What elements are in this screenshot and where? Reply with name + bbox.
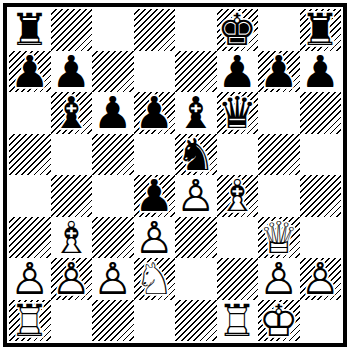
white-pawn-icon: ♟♙: [92, 258, 134, 300]
square-c3[interactable]: [92, 217, 134, 259]
square-b4[interactable]: [51, 175, 93, 217]
white-pawn-icon: ♟♙: [9, 258, 51, 300]
square-d4[interactable]: ♟♟: [134, 175, 176, 217]
square-f7[interactable]: ♟♟: [217, 51, 259, 93]
black-pawn-icon: ♟♟: [51, 51, 93, 93]
square-g6[interactable]: [258, 92, 300, 134]
square-e8[interactable]: [175, 9, 217, 51]
square-g3[interactable]: ♛♕: [258, 217, 300, 259]
square-h3[interactable]: [300, 217, 342, 259]
square-a2[interactable]: ♟♙: [9, 258, 51, 300]
white-rook-icon: ♜♖: [217, 300, 259, 342]
black-rook-icon: ♜♜: [9, 9, 51, 51]
square-f1[interactable]: ♜♖: [217, 300, 259, 342]
white-king-icon: ♚♔: [258, 300, 300, 342]
black-pawn-icon: ♟♟: [9, 51, 51, 93]
square-g4[interactable]: [258, 175, 300, 217]
square-c5[interactable]: [92, 134, 134, 176]
square-e2[interactable]: [175, 258, 217, 300]
square-f5[interactable]: [217, 134, 259, 176]
white-bishop-icon: ♝♗: [217, 175, 259, 217]
black-bishop-icon: ♝♝: [175, 92, 217, 134]
square-c4[interactable]: [92, 175, 134, 217]
square-f2[interactable]: [217, 258, 259, 300]
square-d7[interactable]: [134, 51, 176, 93]
square-c6[interactable]: ♟♟: [92, 92, 134, 134]
white-pawn-icon: ♟♙: [300, 258, 342, 300]
square-c7[interactable]: [92, 51, 134, 93]
square-c1[interactable]: [92, 300, 134, 342]
square-h4[interactable]: [300, 175, 342, 217]
black-pawn-icon: ♟♟: [258, 51, 300, 93]
square-b8[interactable]: [51, 9, 93, 51]
square-b2[interactable]: ♟♙: [51, 258, 93, 300]
square-a6[interactable]: [9, 92, 51, 134]
square-h5[interactable]: [300, 134, 342, 176]
square-a4[interactable]: [9, 175, 51, 217]
square-g5[interactable]: [258, 134, 300, 176]
black-pawn-icon: ♟♟: [134, 175, 176, 217]
square-g2[interactable]: ♟♙: [258, 258, 300, 300]
square-a3[interactable]: [9, 217, 51, 259]
square-a5[interactable]: [9, 134, 51, 176]
white-pawn-icon: ♟♙: [175, 175, 217, 217]
square-h8[interactable]: ♜♜: [300, 9, 342, 51]
square-d8[interactable]: [134, 9, 176, 51]
square-a7[interactable]: ♟♟: [9, 51, 51, 93]
square-f4[interactable]: ♝♗: [217, 175, 259, 217]
square-e1[interactable]: [175, 300, 217, 342]
square-e3[interactable]: [175, 217, 217, 259]
white-bishop-icon: ♝♗: [51, 217, 93, 259]
black-king-icon: ♚♚: [217, 9, 259, 51]
square-b5[interactable]: [51, 134, 93, 176]
black-pawn-icon: ♟♟: [134, 92, 176, 134]
square-d3[interactable]: ♟♙: [134, 217, 176, 259]
black-knight-icon: ♞♞: [175, 134, 217, 176]
square-d6[interactable]: ♟♟: [134, 92, 176, 134]
square-h1[interactable]: [300, 300, 342, 342]
square-b7[interactable]: ♟♟: [51, 51, 93, 93]
black-pawn-icon: ♟♟: [217, 51, 259, 93]
white-pawn-icon: ♟♙: [51, 258, 93, 300]
black-pawn-icon: ♟♟: [300, 51, 342, 93]
white-rook-icon: ♜♖: [9, 300, 51, 342]
square-e6[interactable]: ♝♝: [175, 92, 217, 134]
black-bishop-icon: ♝♝: [51, 92, 93, 134]
white-pawn-icon: ♟♙: [258, 258, 300, 300]
square-f8[interactable]: ♚♚: [217, 9, 259, 51]
square-a8[interactable]: ♜♜: [9, 9, 51, 51]
white-knight-icon: ♞♘: [134, 258, 176, 300]
square-g8[interactable]: [258, 9, 300, 51]
square-h7[interactable]: ♟♟: [300, 51, 342, 93]
square-b1[interactable]: [51, 300, 93, 342]
chess-board: ♜♜♚♚♜♜♟♟♟♟♟♟♟♟♟♟♝♝♟♟♟♟♝♝♛♛♞♞♟♟♟♙♝♗♝♗♟♙♛♕…: [9, 9, 341, 341]
chess-diagram: ♜♜♚♚♜♜♟♟♟♟♟♟♟♟♟♟♝♝♟♟♟♟♝♝♛♛♞♞♟♟♟♙♝♗♝♗♟♙♛♕…: [3, 3, 347, 347]
square-c2[interactable]: ♟♙: [92, 258, 134, 300]
black-rook-icon: ♜♜: [300, 9, 342, 51]
square-f3[interactable]: [217, 217, 259, 259]
square-b3[interactable]: ♝♗: [51, 217, 93, 259]
square-g7[interactable]: ♟♟: [258, 51, 300, 93]
white-pawn-icon: ♟♙: [134, 217, 176, 259]
square-h2[interactable]: ♟♙: [300, 258, 342, 300]
square-d1[interactable]: [134, 300, 176, 342]
square-c8[interactable]: [92, 9, 134, 51]
square-e7[interactable]: [175, 51, 217, 93]
square-e4[interactable]: ♟♙: [175, 175, 217, 217]
black-pawn-icon: ♟♟: [92, 92, 134, 134]
square-g1[interactable]: ♚♔: [258, 300, 300, 342]
square-d5[interactable]: [134, 134, 176, 176]
white-queen-icon: ♛♕: [258, 217, 300, 259]
square-e5[interactable]: ♞♞: [175, 134, 217, 176]
square-f6[interactable]: ♛♛: [217, 92, 259, 134]
black-queen-icon: ♛♛: [217, 92, 259, 134]
square-a1[interactable]: ♜♖: [9, 300, 51, 342]
square-d2[interactable]: ♞♘: [134, 258, 176, 300]
square-b6[interactable]: ♝♝: [51, 92, 93, 134]
board-frame: ♜♜♚♚♜♜♟♟♟♟♟♟♟♟♟♟♝♝♟♟♟♟♝♝♛♛♞♞♟♟♟♙♝♗♝♗♟♙♛♕…: [3, 3, 347, 347]
square-h6[interactable]: [300, 92, 342, 134]
